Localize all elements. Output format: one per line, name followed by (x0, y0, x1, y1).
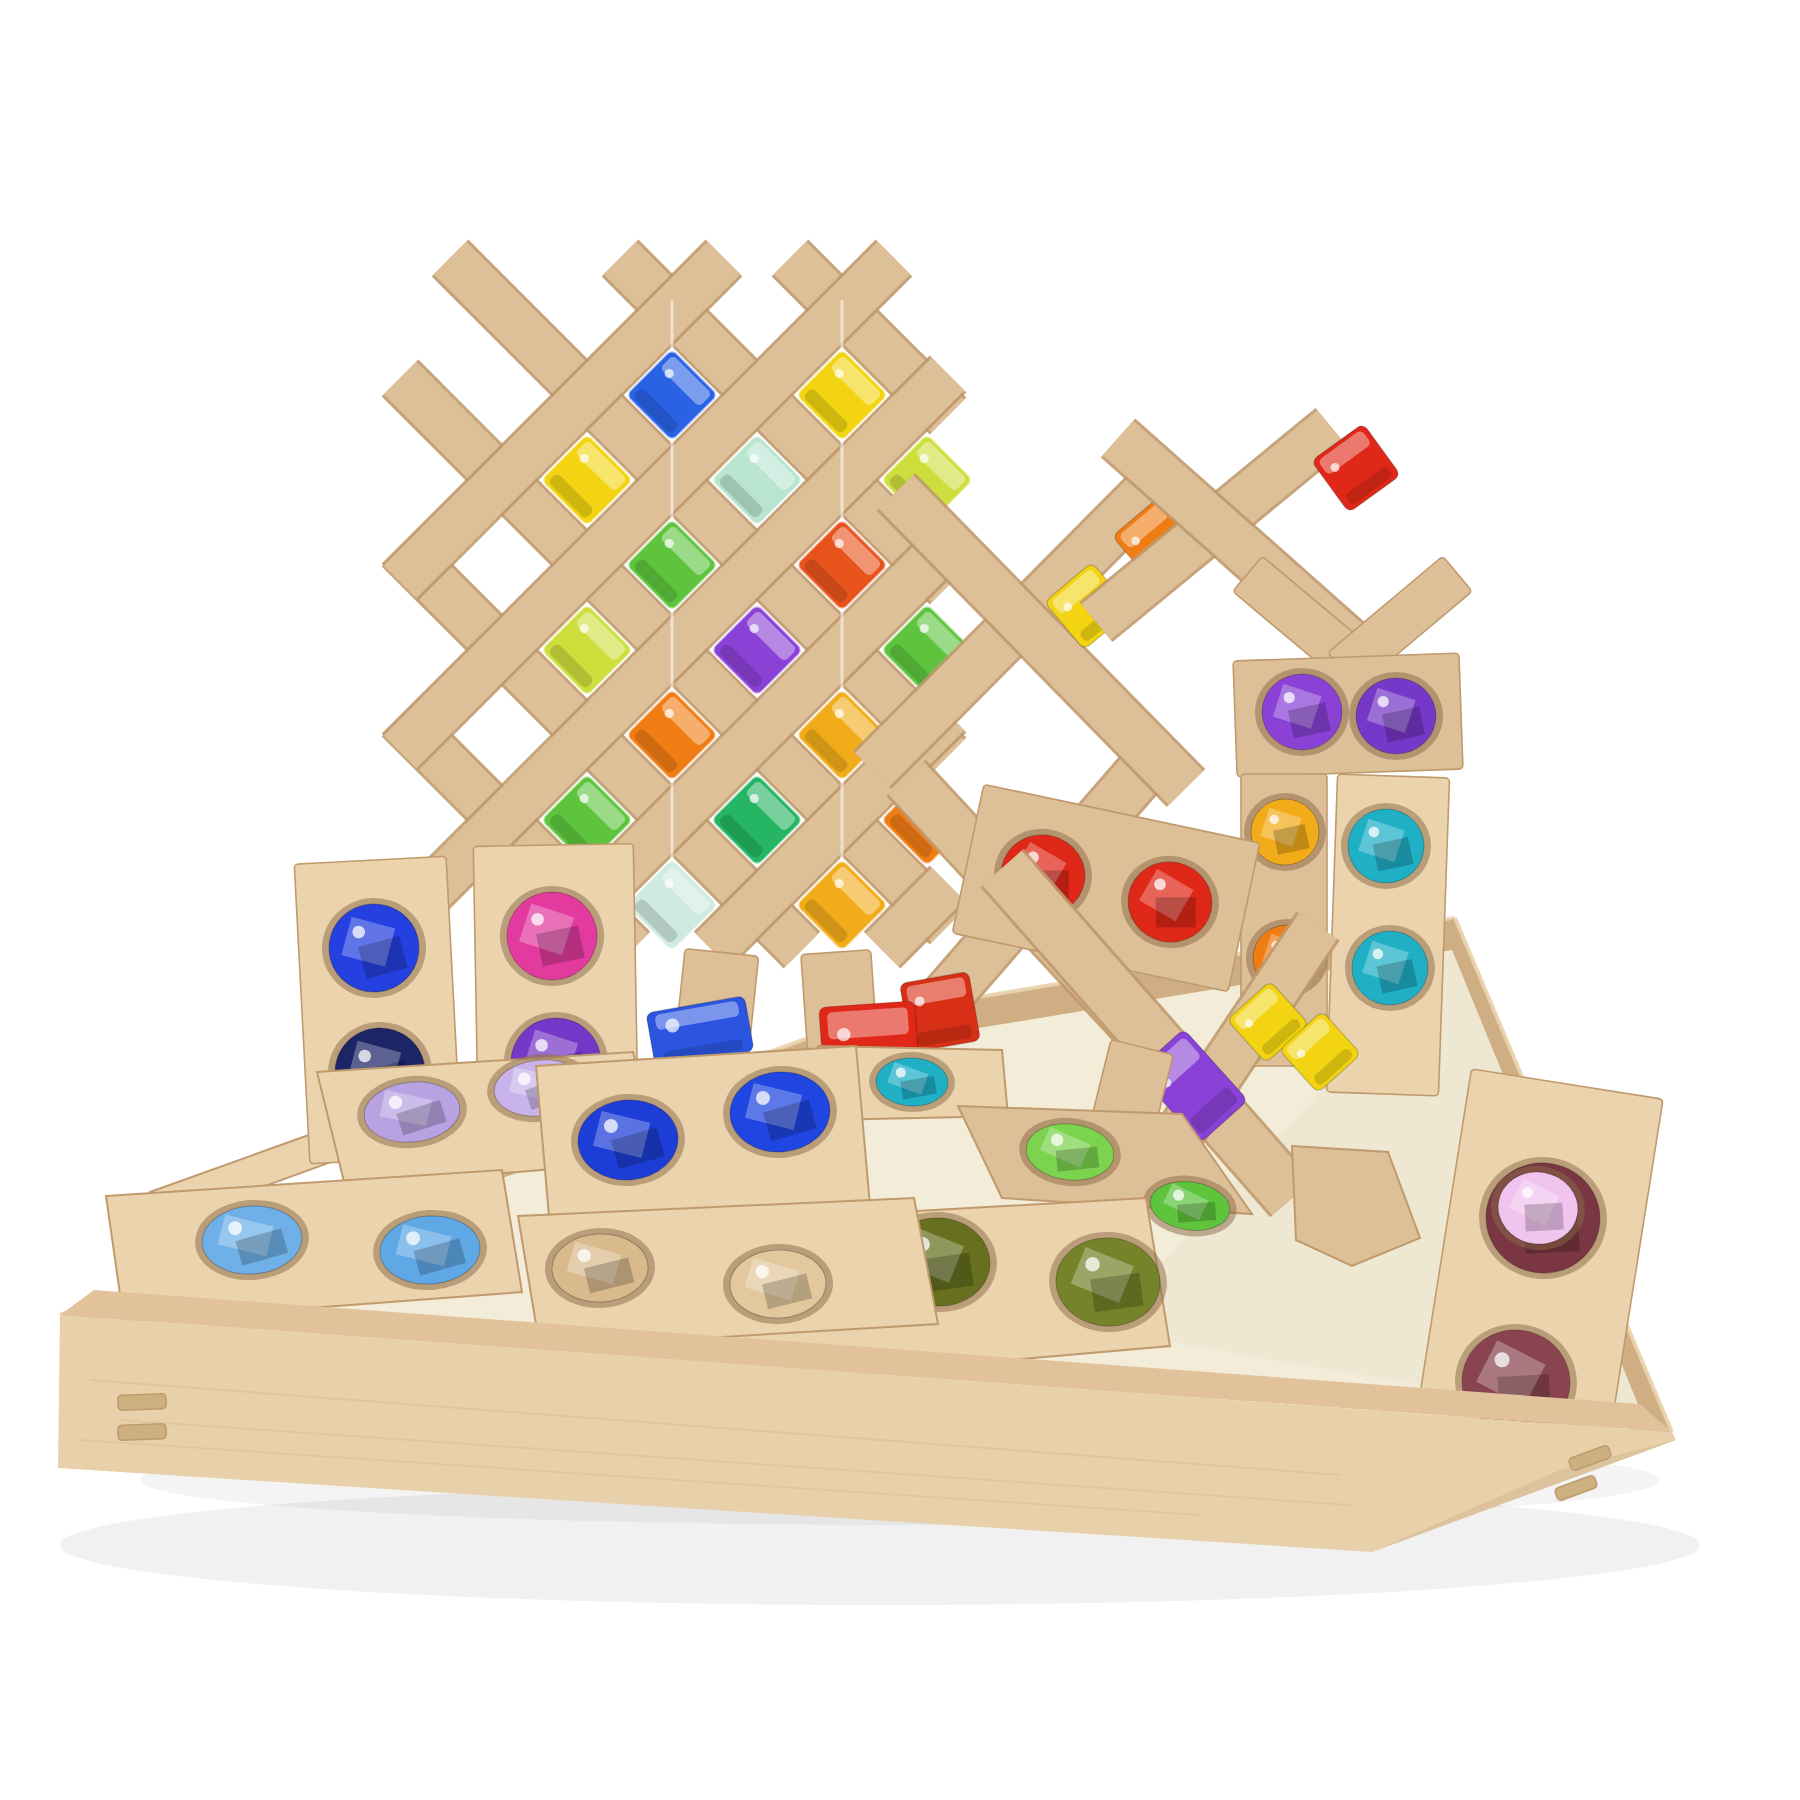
round-gem-purple (1255, 668, 1349, 756)
round-gem-magenta (500, 886, 604, 986)
round-gem-teal (1345, 925, 1435, 1011)
dovetail-joint (118, 1424, 166, 1441)
round-gem-teal (1341, 803, 1431, 889)
dovetail-joint (118, 1394, 166, 1411)
round-gem-violet (1349, 672, 1443, 760)
scene-svg (0, 0, 1800, 1800)
product-photo-stage (0, 0, 1800, 1800)
